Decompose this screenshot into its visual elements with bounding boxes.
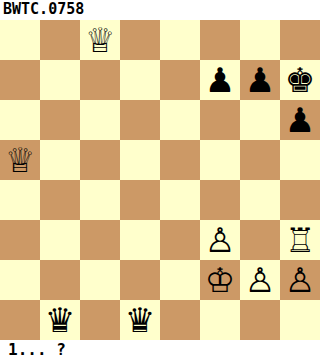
square-f2[interactable]: ♔ <box>200 260 240 300</box>
square-f8[interactable] <box>200 20 240 60</box>
square-e4[interactable] <box>160 180 200 220</box>
square-c6[interactable] <box>80 100 120 140</box>
white-king: ♔ <box>205 260 235 300</box>
square-h5[interactable] <box>280 140 320 180</box>
white-queen: ♕ <box>5 140 35 180</box>
square-b2[interactable] <box>40 260 80 300</box>
square-c1[interactable] <box>80 300 120 340</box>
square-a1[interactable] <box>0 300 40 340</box>
square-b3[interactable] <box>40 220 80 260</box>
square-a3[interactable] <box>0 220 40 260</box>
chess-puzzle-window: BWTC.0758 ♕♟♟♚♟♕♙♖♔♙♙♛♛ 1... ? <box>0 0 320 360</box>
square-a6[interactable] <box>0 100 40 140</box>
square-h4[interactable] <box>280 180 320 220</box>
square-a4[interactable] <box>0 180 40 220</box>
square-c5[interactable] <box>80 140 120 180</box>
square-h7[interactable]: ♚ <box>280 60 320 100</box>
square-d3[interactable] <box>120 220 160 260</box>
square-e6[interactable] <box>160 100 200 140</box>
white-pawn: ♙ <box>245 260 275 300</box>
square-h1[interactable] <box>280 300 320 340</box>
square-f1[interactable] <box>200 300 240 340</box>
square-a7[interactable] <box>0 60 40 100</box>
square-e1[interactable] <box>160 300 200 340</box>
square-e7[interactable] <box>160 60 200 100</box>
square-d1[interactable]: ♛ <box>120 300 160 340</box>
square-g7[interactable]: ♟ <box>240 60 280 100</box>
square-g8[interactable] <box>240 20 280 60</box>
square-h6[interactable]: ♟ <box>280 100 320 140</box>
square-g3[interactable] <box>240 220 280 260</box>
square-d7[interactable] <box>120 60 160 100</box>
square-e3[interactable] <box>160 220 200 260</box>
square-f3[interactable]: ♙ <box>200 220 240 260</box>
square-b7[interactable] <box>40 60 80 100</box>
square-d2[interactable] <box>120 260 160 300</box>
black-pawn: ♟ <box>205 60 235 100</box>
square-d8[interactable] <box>120 20 160 60</box>
square-b6[interactable] <box>40 100 80 140</box>
square-f4[interactable] <box>200 180 240 220</box>
square-e8[interactable] <box>160 20 200 60</box>
square-h8[interactable] <box>280 20 320 60</box>
square-g5[interactable] <box>240 140 280 180</box>
white-rook: ♖ <box>285 220 315 260</box>
square-g2[interactable]: ♙ <box>240 260 280 300</box>
square-a5[interactable]: ♕ <box>0 140 40 180</box>
square-h3[interactable]: ♖ <box>280 220 320 260</box>
square-f5[interactable] <box>200 140 240 180</box>
square-g6[interactable] <box>240 100 280 140</box>
square-b1[interactable]: ♛ <box>40 300 80 340</box>
square-e5[interactable] <box>160 140 200 180</box>
puzzle-id: BWTC.0758 <box>0 0 320 20</box>
move-prompt: 1... ? <box>0 340 320 360</box>
square-b5[interactable] <box>40 140 80 180</box>
black-queen: ♛ <box>45 300 75 340</box>
black-queen: ♛ <box>125 300 155 340</box>
square-g4[interactable] <box>240 180 280 220</box>
square-c8[interactable]: ♕ <box>80 20 120 60</box>
square-c2[interactable] <box>80 260 120 300</box>
square-g1[interactable] <box>240 300 280 340</box>
square-d6[interactable] <box>120 100 160 140</box>
square-f7[interactable]: ♟ <box>200 60 240 100</box>
black-pawn: ♟ <box>285 100 315 140</box>
square-c3[interactable] <box>80 220 120 260</box>
white-queen: ♕ <box>85 20 115 60</box>
square-d4[interactable] <box>120 180 160 220</box>
chess-board: ♕♟♟♚♟♕♙♖♔♙♙♛♛ <box>0 20 320 340</box>
square-e2[interactable] <box>160 260 200 300</box>
square-f6[interactable] <box>200 100 240 140</box>
square-h2[interactable]: ♙ <box>280 260 320 300</box>
black-king: ♚ <box>285 60 315 100</box>
white-pawn: ♙ <box>285 260 315 300</box>
square-a2[interactable] <box>0 260 40 300</box>
square-d5[interactable] <box>120 140 160 180</box>
square-c4[interactable] <box>80 180 120 220</box>
white-pawn: ♙ <box>205 220 235 260</box>
square-b4[interactable] <box>40 180 80 220</box>
black-pawn: ♟ <box>245 60 275 100</box>
square-a8[interactable] <box>0 20 40 60</box>
square-c7[interactable] <box>80 60 120 100</box>
square-b8[interactable] <box>40 20 80 60</box>
